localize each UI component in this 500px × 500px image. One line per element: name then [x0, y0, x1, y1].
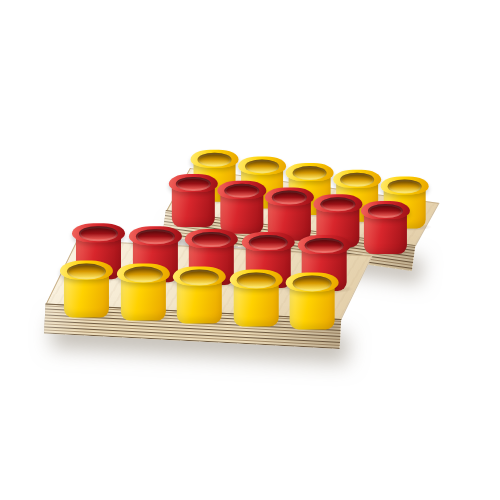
cup-red[interactable]	[169, 174, 218, 227]
cup-opening	[305, 238, 343, 254]
product-photo-scene	[0, 0, 500, 500]
cup-red[interactable]	[217, 181, 266, 234]
cup-opening	[292, 166, 327, 181]
cup-yellow[interactable]	[286, 272, 339, 329]
cup-opening	[79, 226, 117, 242]
cup-opening	[180, 269, 218, 285]
cup-opening	[124, 266, 162, 282]
cup-yellow[interactable]	[116, 264, 169, 321]
cup-opening	[192, 232, 230, 248]
cup-opening	[293, 275, 331, 291]
cup-opening	[237, 272, 275, 288]
cup-opening	[136, 229, 174, 245]
cup-opening	[340, 172, 375, 187]
cup-yellow[interactable]	[60, 261, 113, 318]
cup-opening	[245, 159, 280, 174]
cup-opening	[320, 197, 355, 212]
cup-opening	[249, 235, 287, 251]
cup-opening	[197, 152, 232, 167]
cup-opening	[387, 179, 422, 194]
cup-opening	[67, 263, 105, 279]
cup-red[interactable]	[361, 201, 410, 254]
cup-opening	[224, 183, 259, 198]
cup-yellow[interactable]	[229, 269, 282, 326]
cup-yellow[interactable]	[173, 267, 226, 324]
